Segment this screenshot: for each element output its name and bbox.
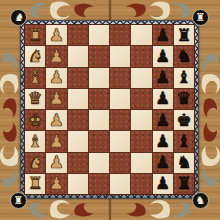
square-g5[interactable] bbox=[110, 153, 130, 173]
square-c8[interactable]: ♝ bbox=[174, 68, 194, 88]
square-e3[interactable] bbox=[68, 110, 88, 130]
piece-bK-e8[interactable]: ♚ bbox=[176, 112, 191, 129]
piece-bP-e7[interactable]: ♟ bbox=[155, 112, 170, 129]
square-a5[interactable] bbox=[110, 25, 130, 45]
square-f2[interactable]: ♟ bbox=[46, 131, 66, 151]
square-f7[interactable]: ♟ bbox=[153, 131, 173, 151]
square-h4[interactable] bbox=[89, 174, 109, 194]
square-b1[interactable]: ♞ bbox=[25, 46, 45, 66]
square-a8[interactable]: ♜ bbox=[174, 25, 194, 45]
piece-wN-b1[interactable]: ♞ bbox=[28, 48, 43, 65]
square-f8[interactable]: ♝ bbox=[174, 131, 194, 151]
piece-wB-c1[interactable]: ♝ bbox=[28, 69, 43, 86]
square-h5[interactable] bbox=[110, 174, 130, 194]
piece-bB-f8[interactable]: ♝ bbox=[176, 133, 191, 150]
square-h6[interactable] bbox=[131, 174, 151, 194]
square-c5[interactable] bbox=[110, 68, 130, 88]
square-a4[interactable] bbox=[89, 25, 109, 45]
square-b7[interactable]: ♟ bbox=[153, 46, 173, 66]
square-c6[interactable] bbox=[131, 68, 151, 88]
piece-bQ-d8[interactable]: ♛ bbox=[176, 90, 191, 107]
piece-bR-h8[interactable]: ♜ bbox=[176, 175, 191, 192]
square-e7[interactable]: ♟ bbox=[153, 110, 173, 130]
square-e8[interactable]: ♚ bbox=[174, 110, 194, 130]
square-d6[interactable] bbox=[131, 89, 151, 109]
piece-bP-f7[interactable]: ♟ bbox=[155, 133, 170, 150]
square-g3[interactable] bbox=[68, 153, 88, 173]
square-d3[interactable] bbox=[68, 89, 88, 109]
piece-wQ-d1[interactable]: ♛ bbox=[28, 90, 43, 107]
piece-wK-e1[interactable]: ♚ bbox=[28, 112, 43, 129]
square-e1[interactable]: ♚ bbox=[25, 110, 45, 130]
chess-board-photo: ♜♟♟♜♞♟♟♞♝♟♟♝♛♟♟♛♚♟♟♚♝♟♟♝♞♟♟♞♜♟♟♜ ♞ ♜ ♜ ♞ bbox=[0, 0, 220, 220]
piece-wP-h2[interactable]: ♟ bbox=[49, 175, 64, 192]
square-b4[interactable] bbox=[89, 46, 109, 66]
corner-medallion-knight-icon: ♞ bbox=[10, 9, 27, 26]
piece-bP-h7[interactable]: ♟ bbox=[155, 175, 170, 192]
square-c3[interactable] bbox=[68, 68, 88, 88]
piece-bN-b8[interactable]: ♞ bbox=[176, 48, 191, 65]
square-f5[interactable] bbox=[110, 131, 130, 151]
square-a2[interactable]: ♟ bbox=[46, 25, 66, 45]
piece-wP-c2[interactable]: ♟ bbox=[49, 69, 64, 86]
square-a1[interactable]: ♜ bbox=[25, 25, 45, 45]
piece-wP-d2[interactable]: ♟ bbox=[49, 90, 64, 107]
knight-icon: ♞ bbox=[196, 195, 206, 206]
piece-bN-g8[interactable]: ♞ bbox=[176, 154, 191, 171]
rook-icon: ♜ bbox=[196, 12, 206, 23]
square-e5[interactable] bbox=[110, 110, 130, 130]
piece-wB-f1[interactable]: ♝ bbox=[28, 133, 43, 150]
piece-bP-g7[interactable]: ♟ bbox=[155, 154, 170, 171]
square-g2[interactable]: ♟ bbox=[46, 153, 66, 173]
square-d4[interactable] bbox=[89, 89, 109, 109]
square-h2[interactable]: ♟ bbox=[46, 174, 66, 194]
knight-icon: ♞ bbox=[14, 12, 24, 23]
piece-wP-f2[interactable]: ♟ bbox=[49, 133, 64, 150]
square-d8[interactable]: ♛ bbox=[174, 89, 194, 109]
square-b5[interactable] bbox=[110, 46, 130, 66]
square-a3[interactable] bbox=[68, 25, 88, 45]
square-g4[interactable] bbox=[89, 153, 109, 173]
piece-bP-d7[interactable]: ♟ bbox=[155, 90, 170, 107]
square-c1[interactable]: ♝ bbox=[25, 68, 45, 88]
square-h1[interactable]: ♜ bbox=[25, 174, 45, 194]
square-c2[interactable]: ♟ bbox=[46, 68, 66, 88]
piece-wP-a2[interactable]: ♟ bbox=[49, 27, 64, 44]
square-d1[interactable]: ♛ bbox=[25, 89, 45, 109]
piece-wR-a1[interactable]: ♜ bbox=[28, 27, 43, 44]
square-f6[interactable] bbox=[131, 131, 151, 151]
piece-wP-b2[interactable]: ♟ bbox=[49, 48, 64, 65]
rook-icon: ♜ bbox=[14, 195, 24, 206]
corner-medallion-knight-icon: ♞ bbox=[192, 192, 209, 209]
piece-wP-e2[interactable]: ♟ bbox=[49, 112, 64, 129]
square-e2[interactable]: ♟ bbox=[46, 110, 66, 130]
square-g1[interactable]: ♞ bbox=[25, 153, 45, 173]
square-g7[interactable]: ♟ bbox=[153, 153, 173, 173]
square-d2[interactable]: ♟ bbox=[46, 89, 66, 109]
square-d7[interactable]: ♟ bbox=[153, 89, 173, 109]
piece-bB-c8[interactable]: ♝ bbox=[176, 69, 191, 86]
piece-bP-b7[interactable]: ♟ bbox=[155, 48, 170, 65]
corner-medallion-rook-icon: ♜ bbox=[192, 9, 209, 26]
piece-wR-h1[interactable]: ♜ bbox=[28, 175, 43, 192]
square-g6[interactable] bbox=[131, 153, 151, 173]
square-e6[interactable] bbox=[131, 110, 151, 130]
piece-wN-g1[interactable]: ♞ bbox=[28, 154, 43, 171]
square-a6[interactable] bbox=[131, 25, 151, 45]
piece-bP-a7[interactable]: ♟ bbox=[155, 27, 170, 44]
square-h7[interactable]: ♟ bbox=[153, 174, 173, 194]
square-c7[interactable]: ♟ bbox=[153, 68, 173, 88]
square-d5[interactable] bbox=[110, 89, 130, 109]
square-h8[interactable]: ♜ bbox=[174, 174, 194, 194]
piece-bP-c7[interactable]: ♟ bbox=[155, 69, 170, 86]
board: ♜♟♟♜♞♟♟♞♝♟♟♝♛♟♟♛♚♟♟♚♝♟♟♝♞♟♟♞♜♟♟♜ bbox=[25, 25, 194, 194]
square-h3[interactable] bbox=[68, 174, 88, 194]
square-f3[interactable] bbox=[68, 131, 88, 151]
corner-medallion-rook-icon: ♜ bbox=[10, 192, 27, 209]
square-f4[interactable] bbox=[89, 131, 109, 151]
square-g8[interactable]: ♞ bbox=[174, 153, 194, 173]
piece-bR-a8[interactable]: ♜ bbox=[176, 27, 191, 44]
square-b2[interactable]: ♟ bbox=[46, 46, 66, 66]
square-b8[interactable]: ♞ bbox=[174, 46, 194, 66]
square-b6[interactable] bbox=[131, 46, 151, 66]
square-f1[interactable]: ♝ bbox=[25, 131, 45, 151]
square-a7[interactable]: ♟ bbox=[153, 25, 173, 45]
square-c4[interactable] bbox=[89, 68, 109, 88]
square-e4[interactable] bbox=[89, 110, 109, 130]
piece-wP-g2[interactable]: ♟ bbox=[49, 154, 64, 171]
square-b3[interactable] bbox=[68, 46, 88, 66]
